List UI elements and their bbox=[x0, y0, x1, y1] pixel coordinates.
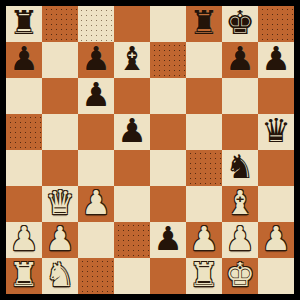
black-pawn-a7[interactable]: ♟ bbox=[9, 42, 39, 77]
square-a8[interactable]: ♜ bbox=[6, 6, 42, 42]
square-g2[interactable]: ♟ bbox=[222, 222, 258, 258]
square-a5[interactable] bbox=[6, 114, 42, 150]
white-rook-f1[interactable]: ♜ bbox=[189, 258, 219, 293]
square-c7[interactable]: ♟ bbox=[78, 42, 114, 78]
square-f7[interactable] bbox=[186, 42, 222, 78]
square-b6[interactable] bbox=[42, 78, 78, 114]
square-a2[interactable]: ♟ bbox=[6, 222, 42, 258]
square-d2[interactable] bbox=[114, 222, 150, 258]
square-g6[interactable] bbox=[222, 78, 258, 114]
square-h8[interactable] bbox=[258, 6, 294, 42]
white-pawn-c3[interactable]: ♟ bbox=[81, 186, 111, 221]
square-a7[interactable]: ♟ bbox=[6, 42, 42, 78]
square-f3[interactable] bbox=[186, 186, 222, 222]
square-d4[interactable] bbox=[114, 150, 150, 186]
square-e8[interactable] bbox=[150, 6, 186, 42]
white-rook-a1[interactable]: ♜ bbox=[9, 258, 39, 293]
square-b2[interactable]: ♟ bbox=[42, 222, 78, 258]
square-h6[interactable] bbox=[258, 78, 294, 114]
white-bishop-g3[interactable]: ♝ bbox=[225, 186, 255, 221]
square-e5[interactable] bbox=[150, 114, 186, 150]
chess-board: ♜♜♚♟♟♝♟♟♟♟♛♞♛♟♝♟♟♟♟♟♟♜♞♜♚ bbox=[0, 0, 300, 300]
white-pawn-b2[interactable]: ♟ bbox=[45, 222, 75, 257]
white-pawn-a2[interactable]: ♟ bbox=[9, 222, 39, 257]
square-a1[interactable]: ♜ bbox=[6, 258, 42, 294]
square-f5[interactable] bbox=[186, 114, 222, 150]
black-pawn-g7[interactable]: ♟ bbox=[225, 42, 255, 77]
square-c4[interactable] bbox=[78, 150, 114, 186]
square-f8[interactable]: ♜ bbox=[186, 6, 222, 42]
black-pawn-c7[interactable]: ♟ bbox=[81, 42, 111, 77]
white-knight-b1[interactable]: ♞ bbox=[45, 258, 75, 293]
square-e7[interactable] bbox=[150, 42, 186, 78]
square-f4[interactable] bbox=[186, 150, 222, 186]
square-b8[interactable] bbox=[42, 6, 78, 42]
black-pawn-d5[interactable]: ♟ bbox=[117, 114, 147, 149]
white-king-g1[interactable]: ♚ bbox=[225, 258, 255, 293]
white-pawn-g2[interactable]: ♟ bbox=[225, 222, 255, 257]
square-c8[interactable] bbox=[78, 6, 114, 42]
black-rook-a8[interactable]: ♜ bbox=[9, 6, 39, 41]
square-h4[interactable] bbox=[258, 150, 294, 186]
black-rook-f8[interactable]: ♜ bbox=[189, 6, 219, 41]
square-d8[interactable] bbox=[114, 6, 150, 42]
square-g4[interactable]: ♞ bbox=[222, 150, 258, 186]
square-d5[interactable]: ♟ bbox=[114, 114, 150, 150]
square-a4[interactable] bbox=[6, 150, 42, 186]
square-g7[interactable]: ♟ bbox=[222, 42, 258, 78]
square-d6[interactable] bbox=[114, 78, 150, 114]
square-g3[interactable]: ♝ bbox=[222, 186, 258, 222]
white-pawn-h2[interactable]: ♟ bbox=[261, 222, 291, 257]
square-g8[interactable]: ♚ bbox=[222, 6, 258, 42]
square-h2[interactable]: ♟ bbox=[258, 222, 294, 258]
square-h5[interactable]: ♛ bbox=[258, 114, 294, 150]
square-g5[interactable] bbox=[222, 114, 258, 150]
square-g1[interactable]: ♚ bbox=[222, 258, 258, 294]
black-pawn-h7[interactable]: ♟ bbox=[261, 42, 291, 77]
square-b1[interactable]: ♞ bbox=[42, 258, 78, 294]
square-b3[interactable]: ♛ bbox=[42, 186, 78, 222]
square-c3[interactable]: ♟ bbox=[78, 186, 114, 222]
black-pawn-c6[interactable]: ♟ bbox=[81, 78, 111, 113]
square-a6[interactable] bbox=[6, 78, 42, 114]
white-queen-b3[interactable]: ♛ bbox=[45, 186, 75, 221]
square-c1[interactable] bbox=[78, 258, 114, 294]
square-d7[interactable]: ♝ bbox=[114, 42, 150, 78]
square-h7[interactable]: ♟ bbox=[258, 42, 294, 78]
black-pawn-e2[interactable]: ♟ bbox=[153, 222, 183, 257]
square-a3[interactable] bbox=[6, 186, 42, 222]
square-e4[interactable] bbox=[150, 150, 186, 186]
square-b5[interactable] bbox=[42, 114, 78, 150]
black-queen-h5[interactable]: ♛ bbox=[261, 114, 291, 149]
square-e1[interactable] bbox=[150, 258, 186, 294]
square-c5[interactable] bbox=[78, 114, 114, 150]
square-c6[interactable]: ♟ bbox=[78, 78, 114, 114]
square-e3[interactable] bbox=[150, 186, 186, 222]
black-king-g8[interactable]: ♚ bbox=[225, 6, 255, 41]
square-e6[interactable] bbox=[150, 78, 186, 114]
square-f2[interactable]: ♟ bbox=[186, 222, 222, 258]
square-d3[interactable] bbox=[114, 186, 150, 222]
square-d1[interactable] bbox=[114, 258, 150, 294]
square-h3[interactable] bbox=[258, 186, 294, 222]
black-bishop-d7[interactable]: ♝ bbox=[117, 42, 147, 77]
square-b4[interactable] bbox=[42, 150, 78, 186]
square-h1[interactable] bbox=[258, 258, 294, 294]
square-b7[interactable] bbox=[42, 42, 78, 78]
square-f6[interactable] bbox=[186, 78, 222, 114]
black-knight-g4[interactable]: ♞ bbox=[225, 150, 255, 185]
square-c2[interactable] bbox=[78, 222, 114, 258]
white-pawn-f2[interactable]: ♟ bbox=[189, 222, 219, 257]
square-f1[interactable]: ♜ bbox=[186, 258, 222, 294]
square-e2[interactable]: ♟ bbox=[150, 222, 186, 258]
